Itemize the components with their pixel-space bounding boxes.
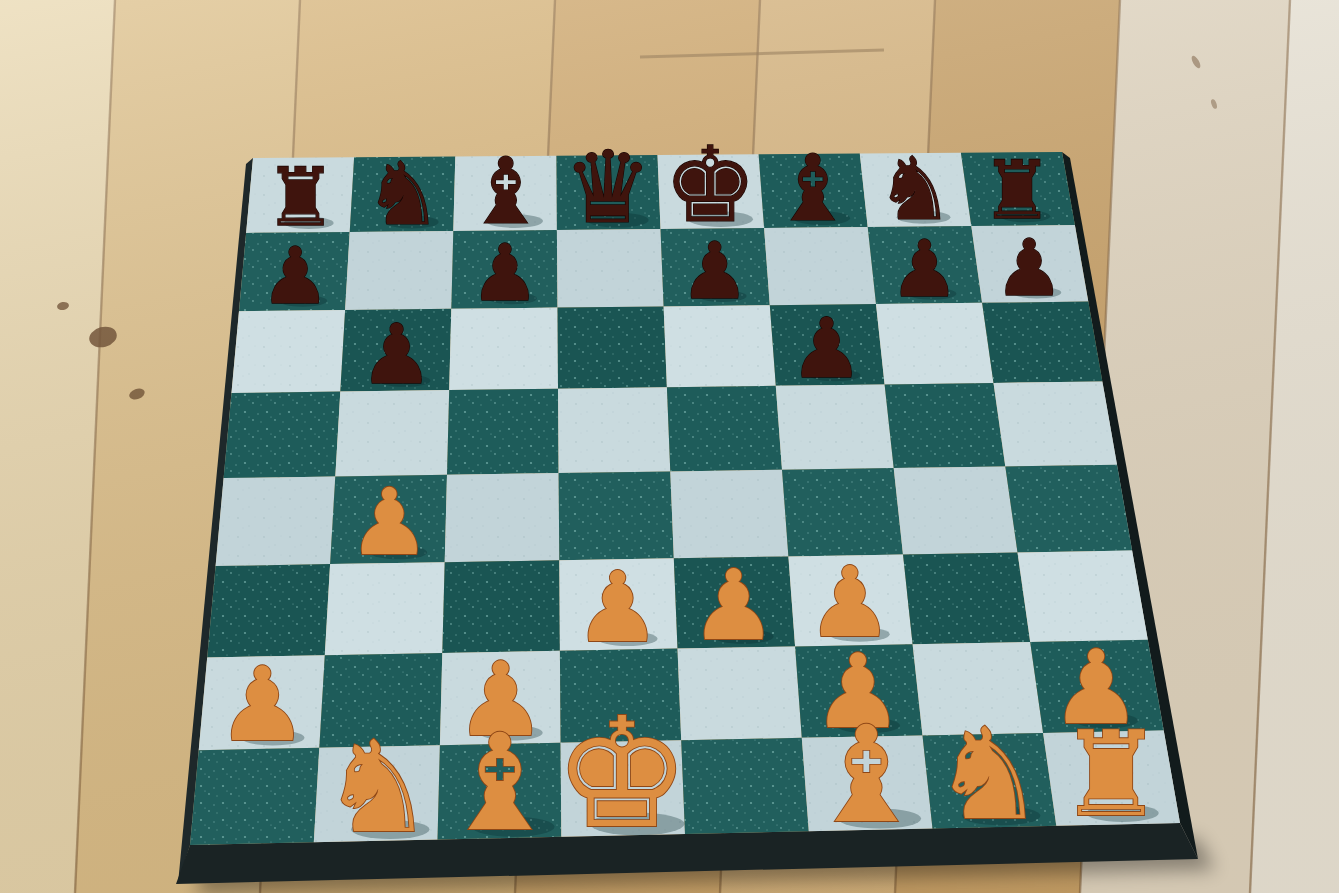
square-speckle — [894, 466, 1018, 554]
piece-black-pawn-h7: ♟ — [994, 222, 1064, 313]
square-speckle — [559, 471, 674, 560]
square-speckle — [664, 305, 776, 387]
square-speckle — [216, 477, 336, 567]
square-speckle — [335, 390, 449, 476]
piece-black-pawn-f6: ♟ — [789, 300, 863, 396]
square-speckle — [994, 382, 1118, 467]
square-speckle — [782, 468, 903, 556]
square-speckle — [232, 310, 346, 393]
square-speckle — [224, 392, 341, 479]
piece-white-knight-g1: ♞ — [932, 701, 1045, 848]
piece-black-queen-d8: ♛ — [563, 130, 652, 245]
square-speckle — [670, 470, 788, 559]
square-speckle — [445, 473, 560, 562]
piece-black-knight-b8: ♞ — [364, 144, 442, 244]
piece-white-pawn-d3: ♟ — [574, 551, 661, 664]
chess-photo-scene: ♜♞♝♛♚♝♞♜♟♟♟♟♟♟♟♟♟♟♟♟♟♟♟♞♝♚♝♞♜ — [0, 0, 1339, 893]
square-speckle — [1005, 465, 1132, 553]
piece-white-bishop-f1: ♝ — [807, 697, 927, 852]
square-speckle — [449, 308, 558, 391]
square-speckle — [447, 389, 559, 475]
square-speckle — [558, 306, 667, 388]
piece-white-pawn-e3: ♟ — [690, 549, 777, 662]
square-speckle — [776, 384, 894, 469]
piece-white-knight-b1: ♞ — [321, 714, 434, 861]
square-speckle — [681, 738, 809, 834]
piece-black-pawn-g7: ♟ — [889, 223, 959, 314]
piece-white-pawn-b4: ♟ — [348, 468, 431, 576]
piece-white-rook-h1: ♜ — [1058, 706, 1163, 843]
piece-black-pawn-e7: ♟ — [679, 225, 749, 316]
piece-white-pawn-a2: ♟ — [217, 645, 309, 764]
square-speckle — [885, 383, 1006, 468]
square-speckle — [982, 302, 1102, 383]
piece-black-pawn-a7: ♟ — [260, 230, 330, 321]
piece-black-pawn-c7: ♟ — [470, 227, 540, 318]
square-speckle — [667, 386, 782, 472]
square-speckle — [558, 387, 670, 473]
piece-black-pawn-b6: ♟ — [359, 306, 433, 402]
chess-photo: ♜♞♝♛♚♝♞♜♟♟♟♟♟♟♟♟♟♟♟♟♟♟♟♞♝♚♝♞♜ — [0, 0, 1339, 893]
piece-black-bishop-f8: ♝ — [772, 135, 854, 242]
piece-white-king-d1: ♚ — [554, 685, 690, 862]
piece-white-bishop-c1: ♝ — [440, 705, 560, 860]
square-speckle — [903, 553, 1030, 645]
square-speckle — [876, 303, 994, 385]
square-speckle — [207, 564, 330, 657]
